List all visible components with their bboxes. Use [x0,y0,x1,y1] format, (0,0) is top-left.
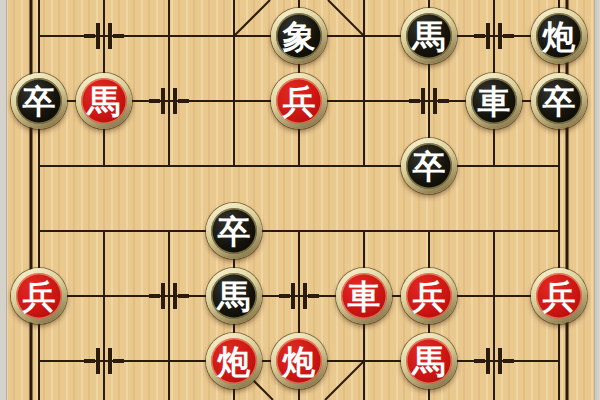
piece-glyph: 車 [336,268,392,324]
window-gutter-right [594,0,600,400]
piece-glyph: 卒 [11,73,67,129]
piece-red-soldier-e7[interactable]: 兵 [271,73,327,129]
piece-black-soldier-g6[interactable]: 卒 [401,138,457,194]
piece-red-soldier-i4[interactable]: 兵 [531,268,587,324]
piece-glyph: 馬 [206,268,262,324]
piece-glyph: 兵 [531,268,587,324]
piece-glyph: 馬 [401,333,457,389]
piece-glyph: 兵 [401,268,457,324]
piece-glyph: 象 [271,8,327,64]
piece-glyph: 馬 [76,73,132,129]
piece-glyph: 炮 [206,333,262,389]
piece-red-cannon-e3[interactable]: 炮 [271,333,327,389]
piece-black-soldier-d5[interactable]: 卒 [206,203,262,259]
piece-black-soldier-i7[interactable]: 卒 [531,73,587,129]
xiangqi-game-window: 象馬炮卒馬兵車卒卒卒兵馬車兵兵炮炮馬 [0,0,600,400]
piece-glyph: 馬 [401,8,457,64]
piece-glyph: 兵 [11,268,67,324]
piece-glyph: 車 [466,73,522,129]
piece-red-soldier-a4[interactable]: 兵 [11,268,67,324]
piece-red-horse-b7[interactable]: 馬 [76,73,132,129]
piece-glyph: 卒 [401,138,457,194]
window-gutter-left [0,0,7,400]
piece-glyph: 兵 [271,73,327,129]
piece-red-chariot-f4[interactable]: 車 [336,268,392,324]
piece-black-horse-g8[interactable]: 馬 [401,8,457,64]
piece-black-elephant-e8[interactable]: 象 [271,8,327,64]
piece-glyph: 卒 [531,73,587,129]
piece-red-soldier-g4[interactable]: 兵 [401,268,457,324]
piece-glyph: 卒 [206,203,262,259]
piece-red-horse-g3[interactable]: 馬 [401,333,457,389]
piece-glyph: 炮 [531,8,587,64]
piece-black-horse-d4[interactable]: 馬 [206,268,262,324]
piece-red-cannon-d3[interactable]: 炮 [206,333,262,389]
piece-black-cannon-i8[interactable]: 炮 [531,8,587,64]
piece-black-soldier-a7[interactable]: 卒 [11,73,67,129]
piece-glyph: 炮 [271,333,327,389]
piece-black-chariot-h7[interactable]: 車 [466,73,522,129]
